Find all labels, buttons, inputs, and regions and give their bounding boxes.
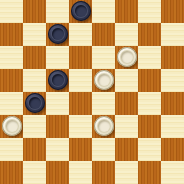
square-r0c7[interactable] xyxy=(161,0,184,23)
square-r7c5 xyxy=(115,161,138,184)
square-r5c4[interactable] xyxy=(92,115,115,138)
square-r7c4[interactable] xyxy=(92,161,115,184)
square-r5c5 xyxy=(115,115,138,138)
square-r0c4 xyxy=(92,0,115,23)
square-r3c6[interactable] xyxy=(138,69,161,92)
square-r1c7 xyxy=(161,23,184,46)
white-man[interactable] xyxy=(117,47,137,67)
square-r4c4 xyxy=(92,92,115,115)
square-r5c1 xyxy=(23,115,46,138)
square-r0c1[interactable] xyxy=(23,0,46,23)
black-man[interactable] xyxy=(48,24,68,44)
square-r0c5[interactable] xyxy=(115,0,138,23)
black-man[interactable] xyxy=(71,1,91,21)
square-r3c4[interactable] xyxy=(92,69,115,92)
square-r6c5[interactable] xyxy=(115,138,138,161)
square-r6c6 xyxy=(138,138,161,161)
square-r6c3[interactable] xyxy=(69,138,92,161)
square-r4c1[interactable] xyxy=(23,92,46,115)
square-r6c0 xyxy=(0,138,23,161)
square-r3c0[interactable] xyxy=(0,69,23,92)
square-r0c3[interactable] xyxy=(69,0,92,23)
square-r2c5[interactable] xyxy=(115,46,138,69)
square-r5c2[interactable] xyxy=(46,115,69,138)
square-r2c0 xyxy=(0,46,23,69)
white-man[interactable] xyxy=(2,116,22,136)
square-r2c1[interactable] xyxy=(23,46,46,69)
square-r6c4 xyxy=(92,138,115,161)
square-r3c7 xyxy=(161,69,184,92)
square-r5c0[interactable] xyxy=(0,115,23,138)
square-r4c6 xyxy=(138,92,161,115)
square-r3c1 xyxy=(23,69,46,92)
square-r1c3 xyxy=(69,23,92,46)
square-r7c7 xyxy=(161,161,184,184)
square-r4c3[interactable] xyxy=(69,92,92,115)
square-r1c2[interactable] xyxy=(46,23,69,46)
square-r2c3[interactable] xyxy=(69,46,92,69)
checkers-board xyxy=(0,0,184,184)
square-r4c0 xyxy=(0,92,23,115)
square-r0c6 xyxy=(138,0,161,23)
square-r1c1 xyxy=(23,23,46,46)
square-r7c2[interactable] xyxy=(46,161,69,184)
square-r7c3 xyxy=(69,161,92,184)
white-man[interactable] xyxy=(94,116,114,136)
square-r0c2 xyxy=(46,0,69,23)
square-r1c5 xyxy=(115,23,138,46)
square-r5c6[interactable] xyxy=(138,115,161,138)
square-r2c2 xyxy=(46,46,69,69)
square-r7c6[interactable] xyxy=(138,161,161,184)
square-r6c2 xyxy=(46,138,69,161)
square-r6c7[interactable] xyxy=(161,138,184,161)
black-man[interactable] xyxy=(25,93,45,113)
square-r4c7[interactable] xyxy=(161,92,184,115)
white-man[interactable] xyxy=(94,70,114,90)
square-r5c3 xyxy=(69,115,92,138)
square-r1c0[interactable] xyxy=(0,23,23,46)
black-man[interactable] xyxy=(48,70,68,90)
square-r5c7 xyxy=(161,115,184,138)
square-r3c2[interactable] xyxy=(46,69,69,92)
square-r6c1[interactable] xyxy=(23,138,46,161)
square-r1c6[interactable] xyxy=(138,23,161,46)
square-r2c4 xyxy=(92,46,115,69)
square-r2c6 xyxy=(138,46,161,69)
square-r0c0 xyxy=(0,0,23,23)
square-r4c2 xyxy=(46,92,69,115)
square-r7c1 xyxy=(23,161,46,184)
square-r3c5 xyxy=(115,69,138,92)
square-r4c5[interactable] xyxy=(115,92,138,115)
square-r1c4[interactable] xyxy=(92,23,115,46)
square-r2c7[interactable] xyxy=(161,46,184,69)
square-r7c0[interactable] xyxy=(0,161,23,184)
square-r3c3 xyxy=(69,69,92,92)
